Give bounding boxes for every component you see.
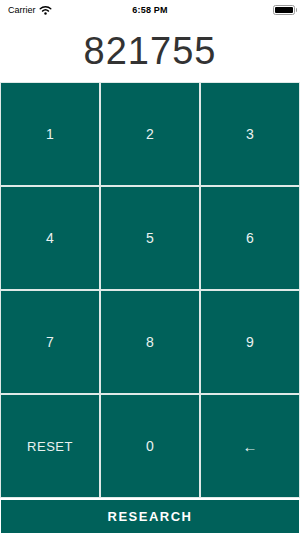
key-0[interactable]: 0 bbox=[101, 395, 199, 497]
key-5[interactable]: 5 bbox=[101, 187, 199, 289]
reset-button[interactable]: RESET bbox=[1, 395, 99, 497]
key-7[interactable]: 7 bbox=[1, 291, 99, 393]
battery-icon bbox=[273, 5, 295, 15]
key-8[interactable]: 8 bbox=[101, 291, 199, 393]
backspace-button[interactable]: ← bbox=[201, 395, 299, 497]
clock: 6:58 PM bbox=[0, 0, 300, 20]
number-display: 821755 bbox=[0, 20, 300, 82]
research-button[interactable]: RESEARCH bbox=[1, 500, 299, 533]
key-6[interactable]: 6 bbox=[201, 187, 299, 289]
key-2[interactable]: 2 bbox=[101, 83, 199, 185]
status-bar: Carrier 6:58 PM bbox=[0, 0, 300, 20]
status-right bbox=[273, 0, 295, 20]
key-4[interactable]: 4 bbox=[1, 187, 99, 289]
key-3[interactable]: 3 bbox=[201, 83, 299, 185]
key-1[interactable]: 1 bbox=[1, 83, 99, 185]
keypad-grid: 1 2 3 4 5 6 7 8 9 RESET 0 ← bbox=[0, 82, 300, 498]
key-9[interactable]: 9 bbox=[201, 291, 299, 393]
